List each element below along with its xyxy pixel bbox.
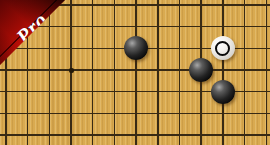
black-stone xyxy=(211,80,235,104)
white-stone xyxy=(211,36,235,60)
grid-line-vertical xyxy=(266,0,268,145)
grid-line-vertical xyxy=(114,0,116,145)
go-board[interactable]: Pro xyxy=(0,0,270,145)
grid-line-vertical xyxy=(244,0,246,145)
black-stone xyxy=(189,58,213,82)
grid-line-vertical xyxy=(157,0,159,145)
black-stone xyxy=(124,36,148,60)
pro-ribbon-badge[interactable]: Pro xyxy=(0,0,65,65)
grid-line-horizontal xyxy=(0,134,270,136)
grid-line-vertical xyxy=(49,0,51,145)
pro-ribbon-label: Pro xyxy=(0,0,73,69)
grid-line-vertical xyxy=(179,0,181,145)
grid-line-vertical xyxy=(92,0,94,145)
grid-line-horizontal xyxy=(0,69,270,71)
grid-line-vertical xyxy=(135,0,137,145)
star-point xyxy=(69,68,74,73)
last-move-circle-icon xyxy=(215,41,230,56)
grid-line-vertical xyxy=(222,0,224,145)
grid-line-vertical xyxy=(70,0,72,145)
grid-line-horizontal xyxy=(0,26,270,28)
grid-line-horizontal xyxy=(0,113,270,115)
